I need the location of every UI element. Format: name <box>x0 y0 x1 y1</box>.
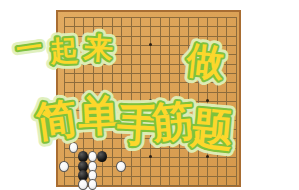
white-stone <box>59 161 69 172</box>
caption-char: 一 <box>14 31 44 64</box>
white-stone <box>78 179 88 190</box>
go-board[interactable] <box>56 10 241 187</box>
white-stone <box>116 161 126 172</box>
black-stone <box>97 151 107 162</box>
white-stone <box>69 142 79 153</box>
screen: 一 起 来 做 简 单 手 筋 题 一 起 来 做 简 单 手 筋 题 <box>0 0 299 190</box>
white-stone <box>88 179 98 190</box>
stones-layer <box>59 12 240 189</box>
svg-text:一: 一 <box>14 31 44 64</box>
